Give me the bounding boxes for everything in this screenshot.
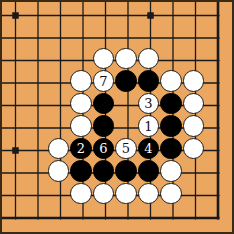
board-cell — [182, 160, 205, 183]
board-cell — [47, 205, 70, 228]
board-cell — [137, 25, 160, 48]
board-cell — [205, 182, 228, 205]
board-cell — [92, 205, 115, 228]
move-number-label: 2 — [77, 142, 85, 155]
board-cell — [25, 70, 48, 93]
board-cell — [160, 25, 183, 48]
move-number-label: 3 — [144, 97, 152, 110]
board-cell — [2, 92, 25, 115]
board-cell — [205, 2, 228, 25]
board-cell — [47, 137, 70, 160]
white-stone — [160, 183, 182, 205]
white-stone — [160, 70, 182, 92]
white-stone — [183, 138, 205, 160]
board-cell — [160, 160, 183, 183]
black-stone — [115, 70, 137, 92]
white-stone: 5 — [115, 138, 137, 160]
board-cell — [137, 205, 160, 228]
white-stone — [48, 138, 70, 160]
white-stone — [183, 70, 205, 92]
board-cell — [205, 115, 228, 138]
black-stone — [93, 115, 115, 137]
board-cell — [47, 25, 70, 48]
board-cell — [160, 70, 183, 93]
black-stone: 4 — [138, 138, 160, 160]
board-cell — [25, 92, 48, 115]
board-cell — [205, 47, 228, 70]
board-cell — [92, 47, 115, 70]
white-stone: 1 — [138, 115, 160, 137]
board-cell — [25, 47, 48, 70]
board-cell — [92, 182, 115, 205]
board-cell — [160, 2, 183, 25]
board-cell — [2, 160, 25, 183]
board-cell — [205, 70, 228, 93]
board-cell — [25, 137, 48, 160]
board-cell — [182, 92, 205, 115]
board-cell — [115, 70, 138, 93]
white-stone — [70, 70, 92, 92]
black-stone: 6 — [93, 138, 115, 160]
board-cell — [47, 2, 70, 25]
board-cell — [2, 70, 25, 93]
board-cell — [137, 70, 160, 93]
board-cell — [160, 47, 183, 70]
white-stone — [138, 48, 160, 70]
board-cell — [92, 115, 115, 138]
black-stone — [160, 93, 182, 115]
board-cell — [115, 2, 138, 25]
white-stone — [115, 183, 137, 205]
board-cell — [205, 160, 228, 183]
board-cell — [92, 25, 115, 48]
black-stone — [138, 70, 160, 92]
board-cell: 2 — [70, 137, 93, 160]
board-cell: 3 — [137, 92, 160, 115]
board-cell — [205, 205, 228, 228]
white-stone — [115, 48, 137, 70]
white-stone — [93, 183, 115, 205]
board-cell — [182, 70, 205, 93]
board-cell — [47, 92, 70, 115]
move-number-label: 5 — [122, 142, 130, 155]
board-cell — [2, 137, 25, 160]
board-cell — [25, 205, 48, 228]
board-cell — [70, 205, 93, 228]
board-cell — [70, 70, 93, 93]
white-stone — [160, 160, 182, 182]
board-cell — [137, 160, 160, 183]
black-stone — [93, 160, 115, 182]
board-cell — [160, 137, 183, 160]
board-cell: 7 — [92, 70, 115, 93]
board-cell — [115, 47, 138, 70]
board-cell — [137, 2, 160, 25]
black-stone — [115, 160, 137, 182]
board-cell — [70, 25, 93, 48]
board-cell — [115, 160, 138, 183]
board-cell — [70, 92, 93, 115]
board-cell: 1 — [137, 115, 160, 138]
board-cell — [25, 115, 48, 138]
board-cell — [205, 92, 228, 115]
white-stone — [93, 48, 115, 70]
board-cell — [2, 25, 25, 48]
board-cell — [137, 182, 160, 205]
board-cell — [205, 137, 228, 160]
black-stone — [138, 160, 160, 182]
board-cell — [160, 115, 183, 138]
white-stone — [183, 93, 205, 115]
board-cell — [70, 182, 93, 205]
white-stone — [70, 183, 92, 205]
board-cell — [2, 205, 25, 228]
board-cell — [92, 160, 115, 183]
board-cell — [182, 2, 205, 25]
board-cell — [182, 182, 205, 205]
board-cell — [25, 2, 48, 25]
board-cell — [2, 115, 25, 138]
board-cell: 4 — [137, 137, 160, 160]
board-cell: 6 — [92, 137, 115, 160]
board-cell — [92, 2, 115, 25]
black-stone — [70, 160, 92, 182]
white-stone — [70, 93, 92, 115]
board-cell — [47, 47, 70, 70]
board-cell — [92, 92, 115, 115]
board-cell — [70, 160, 93, 183]
board-cell — [182, 137, 205, 160]
board-cell — [182, 25, 205, 48]
board-cell — [2, 47, 25, 70]
move-number-label: 1 — [144, 120, 152, 133]
board-cell — [25, 25, 48, 48]
white-stone — [70, 115, 92, 137]
board-cell — [2, 2, 25, 25]
board-cell — [205, 25, 228, 48]
board-cell — [47, 182, 70, 205]
board-cell — [47, 160, 70, 183]
black-stone — [160, 138, 182, 160]
board-cell — [47, 115, 70, 138]
board-cell — [182, 47, 205, 70]
board-cell: 5 — [115, 137, 138, 160]
board-cell — [70, 115, 93, 138]
board-grid: 7312654 — [2, 2, 227, 227]
white-stone: 3 — [138, 93, 160, 115]
board-cell — [115, 92, 138, 115]
black-stone — [160, 115, 182, 137]
board-cell — [160, 92, 183, 115]
move-number-label: 6 — [99, 142, 107, 155]
goban: 7312654 — [0, 0, 234, 234]
board-cell — [25, 160, 48, 183]
board-cell — [25, 182, 48, 205]
board-cell — [160, 182, 183, 205]
board-cell — [115, 182, 138, 205]
white-stone: 7 — [93, 70, 115, 92]
board-cell — [47, 70, 70, 93]
board-cell — [2, 182, 25, 205]
board-cell — [182, 205, 205, 228]
board-cell — [115, 115, 138, 138]
board-cell — [70, 47, 93, 70]
move-number-label: 7 — [99, 75, 107, 88]
board-cell — [115, 25, 138, 48]
board-cell — [115, 205, 138, 228]
move-number-label: 4 — [144, 142, 152, 155]
black-stone — [93, 93, 115, 115]
black-stone: 2 — [70, 138, 92, 160]
white-stone — [48, 160, 70, 182]
board-cell — [182, 115, 205, 138]
board-cell — [137, 47, 160, 70]
board-cell — [70, 2, 93, 25]
board-cell — [160, 205, 183, 228]
white-stone — [183, 115, 205, 137]
white-stone — [138, 183, 160, 205]
